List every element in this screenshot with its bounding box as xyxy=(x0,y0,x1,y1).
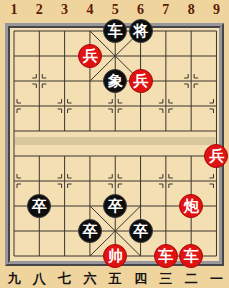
piece-black-soldier[interactable]: 卒 xyxy=(27,194,51,218)
file-label-bottom-2: 二 xyxy=(185,271,198,287)
file-label-top-7: 7 xyxy=(162,1,169,18)
file-label-top-8: 8 xyxy=(188,1,195,18)
file-label-bottom-4: 四 xyxy=(134,271,147,287)
piece-red-soldier[interactable]: 兵 xyxy=(204,144,228,168)
piece-red-general[interactable]: 帅 xyxy=(103,244,127,268)
piece-black-elephant[interactable]: 象 xyxy=(103,69,127,93)
file-label-bottom-3: 三 xyxy=(159,271,172,287)
file-label-bottom-1: 一 xyxy=(210,271,223,287)
piece-red-chariot[interactable]: 车 xyxy=(179,244,203,268)
file-label-bottom-6: 六 xyxy=(83,271,96,287)
piece-red-chariot[interactable]: 车 xyxy=(154,244,178,268)
file-label-top-2: 2 xyxy=(36,1,43,18)
file-label-bottom-8: 八 xyxy=(33,271,46,287)
board-frame xyxy=(5,23,224,266)
piece-red-soldier[interactable]: 兵 xyxy=(78,44,102,68)
file-label-top-9: 9 xyxy=(213,1,220,18)
piece-red-soldier[interactable]: 兵 xyxy=(129,69,153,93)
piece-black-soldier[interactable]: 卒 xyxy=(129,219,153,243)
file-label-top-6: 6 xyxy=(137,1,144,18)
piece-black-chariot[interactable]: 车 xyxy=(103,19,127,43)
file-label-bottom-7: 七 xyxy=(58,271,71,287)
file-label-bottom-9: 九 xyxy=(8,271,21,287)
file-label-top-3: 3 xyxy=(61,1,68,18)
xiangqi-board[interactable]: 123456789 九八七六五四三二一 车将兵象兵兵卒卒炮卒卒帅车车 xyxy=(0,0,229,288)
piece-red-cannon[interactable]: 炮 xyxy=(179,194,203,218)
piece-black-general[interactable]: 将 xyxy=(129,19,153,43)
piece-black-soldier[interactable]: 卒 xyxy=(78,219,102,243)
file-label-bottom-5: 五 xyxy=(109,271,122,287)
file-label-top-4: 4 xyxy=(86,1,93,18)
piece-black-soldier[interactable]: 卒 xyxy=(103,194,127,218)
file-label-top-1: 1 xyxy=(11,1,18,18)
file-label-top-5: 5 xyxy=(112,1,119,18)
